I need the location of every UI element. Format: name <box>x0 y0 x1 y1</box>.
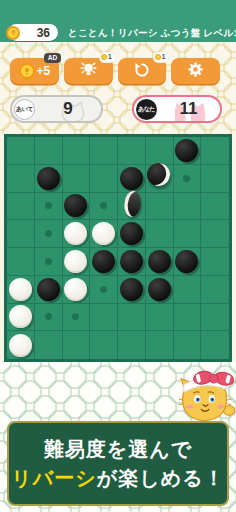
black-disc-e5 <box>120 250 143 273</box>
cell-c3 <box>63 193 91 221</box>
hint-button[interactable]: 1 <box>64 58 113 84</box>
cell-b4[interactable] <box>35 220 63 248</box>
cell-f7 <box>146 304 174 332</box>
cell-g7 <box>174 304 202 332</box>
player-score-pill: あなた 11 <box>132 95 222 123</box>
cell-f8 <box>146 331 174 359</box>
legal-move-dot-b4[interactable] <box>45 230 52 237</box>
black-disc-d5 <box>92 250 115 273</box>
cell-g2[interactable] <box>174 165 202 193</box>
cell-h5 <box>201 248 229 276</box>
cell-h6 <box>201 276 229 304</box>
cell-d4 <box>90 220 118 248</box>
white-disc-d4 <box>92 222 115 245</box>
board <box>4 134 232 362</box>
add-coins-button[interactable]: +5 AD <box>10 58 59 84</box>
top-bar: 36 とことん！リバーシ ふつう盤 レベル1 <box>0 0 236 42</box>
undo-cost-badge: 1 <box>154 53 169 62</box>
cell-a2 <box>7 165 35 193</box>
cell-b2 <box>35 165 63 193</box>
black-disc-g1 <box>175 139 198 162</box>
cell-e8 <box>118 331 146 359</box>
white-disc-c6 <box>64 278 87 301</box>
legal-move-dot-d3[interactable] <box>100 202 107 209</box>
cell-f1 <box>146 137 174 165</box>
legal-move-dot-g2[interactable] <box>183 175 190 182</box>
cell-c8 <box>63 331 91 359</box>
cell-e4 <box>118 220 146 248</box>
black-disc-g5 <box>175 250 198 273</box>
legal-move-dot-b7[interactable] <box>45 313 52 320</box>
toolbar: +5 AD 1 1 <box>10 58 220 84</box>
legal-move-dot-c7[interactable] <box>72 313 79 320</box>
cell-e7 <box>118 304 146 332</box>
opponent-score: 9 <box>35 99 101 119</box>
cell-g4 <box>174 220 202 248</box>
white-disc-a6 <box>9 278 32 301</box>
cell-a1 <box>7 137 35 165</box>
cell-g8 <box>174 331 202 359</box>
cell-g1 <box>174 137 202 165</box>
cell-d2 <box>90 165 118 193</box>
cell-f3 <box>146 193 174 221</box>
cell-h7 <box>201 304 229 332</box>
black-disc-b6 <box>37 278 60 301</box>
cell-c2 <box>63 165 91 193</box>
white-disc-c4 <box>64 222 87 245</box>
cell-f4 <box>146 220 174 248</box>
opponent-score-pill: あいて 9 <box>10 95 103 123</box>
cell-d1 <box>90 137 118 165</box>
black-disc-c3 <box>64 194 87 217</box>
black-disc-e3 <box>123 190 142 218</box>
cell-b5[interactable] <box>35 248 63 276</box>
coin-icon <box>101 54 107 60</box>
cell-a3 <box>7 193 35 221</box>
cell-e5 <box>118 248 146 276</box>
add-coins-label: +5 <box>37 64 51 78</box>
coin-icon <box>155 54 161 60</box>
cell-h3 <box>201 193 229 221</box>
coin-balance-pill[interactable]: 36 <box>8 24 58 41</box>
lightbulb-icon <box>79 60 98 82</box>
cell-d7 <box>90 304 118 332</box>
undo-icon <box>133 61 151 82</box>
legal-move-dot-b3[interactable] <box>45 202 52 209</box>
cell-c4 <box>63 220 91 248</box>
cell-e2 <box>118 165 146 193</box>
settings-button[interactable] <box>171 58 220 84</box>
cell-h8 <box>201 331 229 359</box>
black-disc-e6 <box>120 278 143 301</box>
cell-g3 <box>174 193 202 221</box>
cell-g5 <box>174 248 202 276</box>
cell-h1 <box>201 137 229 165</box>
opponent-label: あいて <box>14 99 35 120</box>
cell-c6 <box>63 276 91 304</box>
app-screen: 36 とことん！リバーシ ふつう盤 レベル1 +5 AD 1 <box>0 0 236 512</box>
hint-cost-badge: 1 <box>100 53 115 62</box>
cell-c5 <box>63 248 91 276</box>
gear-icon <box>186 60 205 82</box>
black-disc-e4 <box>120 222 143 245</box>
cell-c7[interactable] <box>63 304 91 332</box>
undo-button[interactable]: 1 <box>118 58 167 84</box>
cell-f2 <box>146 165 174 193</box>
cell-a5 <box>7 248 35 276</box>
cell-a8 <box>7 331 35 359</box>
white-disc-c5 <box>64 250 87 273</box>
white-disc-a8 <box>9 334 32 357</box>
black-disc-f6 <box>148 278 171 301</box>
cell-e1 <box>118 137 146 165</box>
player-score: 11 <box>157 99 220 119</box>
white-disc-a7 <box>9 305 32 328</box>
black-disc-f5 <box>148 250 171 273</box>
cell-e3 <box>118 193 146 221</box>
stage-title: とことん！リバーシ ふつう盤 レベル1 <box>68 27 236 40</box>
cell-d8 <box>90 331 118 359</box>
cell-g6 <box>174 276 202 304</box>
legal-move-dot-b5[interactable] <box>45 258 52 265</box>
cell-f5 <box>146 248 174 276</box>
cell-b7[interactable] <box>35 304 63 332</box>
promo-banner[interactable]: 難易度を選んで リバーシが楽しめる！ <box>7 421 229 506</box>
black-disc-e2 <box>120 167 143 190</box>
cell-d5 <box>90 248 118 276</box>
banner-highlight: リバーシ <box>11 467 96 489</box>
cell-e6 <box>118 276 146 304</box>
cell-h4 <box>201 220 229 248</box>
coin-icon <box>19 63 35 79</box>
coin-count: 36 <box>20 26 58 40</box>
cell-b3[interactable] <box>35 193 63 221</box>
cell-d3[interactable] <box>90 193 118 221</box>
cell-b6 <box>35 276 63 304</box>
banner-line-1: 難易度を選んで <box>44 435 192 464</box>
legal-move-dot-d6[interactable] <box>100 286 107 293</box>
cell-a4 <box>7 220 35 248</box>
black-disc-b2 <box>37 167 60 190</box>
banner-line-2: リバーシが楽しめる！ <box>11 464 224 493</box>
cat-mascot <box>177 370 235 428</box>
cell-b1 <box>35 137 63 165</box>
cell-a6 <box>7 276 35 304</box>
cell-d6[interactable] <box>90 276 118 304</box>
cell-a7 <box>7 304 35 332</box>
cell-b8 <box>35 331 63 359</box>
coin-icon <box>6 26 20 40</box>
player-label: あなた <box>136 99 157 120</box>
scoreboard: あいて 9 あなた 11 <box>0 95 236 123</box>
black-disc-f2 <box>144 160 172 188</box>
cell-h2 <box>201 165 229 193</box>
cell-c1 <box>63 137 91 165</box>
ad-badge: AD <box>44 53 60 63</box>
cell-f6 <box>146 276 174 304</box>
